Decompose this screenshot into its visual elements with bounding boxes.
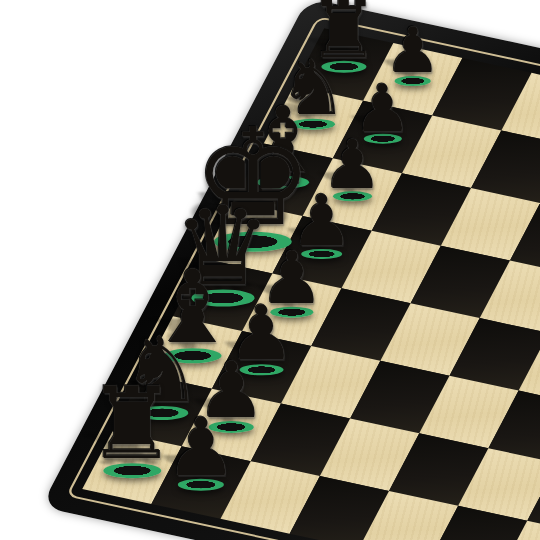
chess-set-photo: Overhead angled photo of a hand-carved b… xyxy=(0,0,540,540)
black-pawn-a7: ♟♟ xyxy=(165,407,237,487)
pieces-layer: ♜♜♞♞♝♝♛♛♚♚♝♝♞♞♜♜♟♟♟♟♟♟♟♟♟♟♟♟♟♟♟♟ xyxy=(0,0,540,540)
black-rook-a8: ♜♜ xyxy=(87,374,177,474)
rook-icon: ♜ xyxy=(87,374,177,474)
pawn-icon: ♟ xyxy=(165,407,237,487)
